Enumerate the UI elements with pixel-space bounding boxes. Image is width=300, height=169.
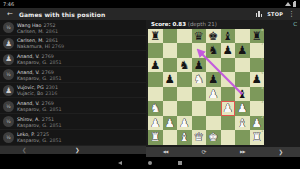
square-c8[interactable] [177, 29, 192, 44]
result-badge: ½ [3, 69, 14, 80]
square-b3[interactable] [163, 101, 178, 116]
piece-black-pawn: ♟ [208, 73, 218, 85]
square-a8[interactable]: ♜ [148, 29, 163, 44]
piece-white-king: ♚ [208, 131, 218, 143]
square-c2[interactable]: ♟ [177, 116, 192, 131]
piece-black-pawn: ♟ [237, 44, 247, 56]
piece-white-pawn: ♟ [165, 117, 175, 129]
rank-label: 7 [261, 43, 263, 46]
piece-white-pawn: ♟ [223, 102, 233, 114]
black-elo: 2769 [52, 44, 64, 49]
piece-black-pawn: ♟ [165, 73, 175, 85]
piece-black-pawn: ♟ [194, 59, 204, 71]
black-elo: 2861 [46, 29, 58, 34]
next-page-button[interactable]: ❯ [75, 146, 80, 154]
black-player: Carlsen, M.2861 [17, 29, 58, 34]
square-f8[interactable]: ♝ [221, 29, 236, 44]
square-e3[interactable] [206, 101, 221, 116]
game-list-item[interactable]: ½ Anand, V.2769 Kasparov, G.2851 [0, 67, 146, 83]
white-player: Vujovic, PG2301 [17, 85, 58, 90]
piece-white-pawn: ♟ [237, 102, 247, 114]
square-b1[interactable] [163, 130, 178, 145]
android-home-icon[interactable] [148, 161, 153, 166]
square-h2[interactable]: ♟2 [250, 116, 265, 131]
piece-black-bishop: ♝ [223, 30, 233, 42]
piece-black-knight: ♞ [208, 44, 218, 56]
square-h4[interactable]: 4 [250, 87, 265, 102]
overflow-menu-icon[interactable]: ⋮ [288, 11, 295, 18]
square-b4[interactable] [163, 87, 178, 102]
games-list: ½ Wang Hao2752 Carlsen, M.2861 ♟ Carlsen… [0, 20, 146, 146]
square-d5[interactable]: ♞ [192, 72, 207, 87]
piece-black-pawn: ♟ [150, 59, 160, 71]
piece-black-knight: ♞ [179, 59, 189, 71]
score-depth: (depth 21) [188, 21, 217, 27]
square-h8[interactable]: ♜8 [250, 29, 265, 44]
black-player: Nakamura, Hi2769 [17, 44, 64, 49]
square-d3[interactable] [192, 101, 207, 116]
square-g3[interactable]: ♟ [235, 101, 250, 116]
square-a2[interactable]: ♟ [148, 116, 163, 131]
back-icon[interactable]: ← [7, 8, 13, 20]
white-player: Anand, V.2769 [17, 70, 54, 75]
square-c4[interactable] [177, 87, 192, 102]
fast-forward-button[interactable]: ▶▶ [240, 147, 245, 157]
piece-white-pawn: ♟ [252, 117, 262, 129]
square-a5[interactable] [148, 72, 163, 87]
piece-white-rook: ♜ [150, 131, 160, 143]
pagination-bar: ❮ ❯ [0, 146, 146, 154]
black-player: Kasparov, G.2851 [17, 138, 62, 143]
rank-label: 4 [261, 87, 263, 90]
white-player: Carlsen, M.2861 [17, 38, 58, 43]
black-player: Kasparov, G.2851 [17, 76, 62, 81]
piece-black-rook: ♜ [150, 30, 160, 42]
black-player: Kasparov, G.2851 [17, 60, 62, 65]
square-e5[interactable]: ♟ [206, 72, 221, 87]
square-e4[interactable]: ♟ [206, 87, 221, 102]
black-elo: 2851 [49, 138, 61, 143]
white-elo: 2752 [43, 23, 55, 28]
square-g2[interactable]: ♝ [235, 116, 250, 131]
move-controls-bar: ◀◀ ⟳ ▶▶ ❯ [146, 147, 300, 157]
black-elo: 2316 [45, 91, 57, 96]
board-panel: Score: 0.83 (depth 21) C ♜♛♚♝♜8♞♟♟7♟♞♟6♟… [146, 20, 300, 157]
piece-white-pawn: ♟ [208, 88, 218, 100]
square-c1[interactable]: ♝ [177, 130, 192, 145]
square-g7[interactable]: ♟ [235, 43, 250, 58]
piece-white-pawn: ♟ [179, 117, 189, 129]
piece-black-pawn: ♟ [223, 44, 233, 56]
chess-board: ♜♛♚♝♜8♞♟♟7♟♞♟6♟♞♟♟5♟♝4♞♟♟3♟♟♟♝♟2♜♝♛♚♜1 [148, 29, 264, 145]
fast-backward-button[interactable]: ◀◀ [163, 147, 168, 157]
games-list-panel: ½ Wang Hao2752 Carlsen, M.2861 ♟ Carlsen… [0, 20, 146, 154]
score-label: Score: [151, 21, 171, 27]
square-d4[interactable] [192, 87, 207, 102]
square-e2[interactable] [206, 116, 221, 131]
rank-label: 1 [261, 130, 263, 133]
result-badge: ♟ [3, 38, 14, 49]
engine-lines-icon[interactable] [256, 11, 263, 17]
square-d8[interactable]: ♛ [192, 29, 207, 44]
score-value: 0.83 [172, 21, 186, 27]
square-c7[interactable] [177, 43, 192, 58]
square-d6[interactable]: ♟ [192, 58, 207, 73]
piece-white-rook: ♜ [252, 131, 262, 143]
black-player: Vujacic, Bo2316 [17, 91, 57, 96]
result-badge: ½ [3, 116, 14, 127]
black-elo: 2851 [49, 76, 61, 81]
piece-white-knight: ♞ [194, 73, 204, 85]
result-badge: ♟ [3, 85, 14, 96]
white-elo: 2769 [42, 70, 54, 75]
white-elo: 2751 [42, 117, 54, 122]
square-f4[interactable] [221, 87, 236, 102]
square-a1[interactable]: ♜ [148, 130, 163, 145]
square-f1[interactable] [221, 130, 236, 145]
white-elo: 2769 [42, 101, 54, 106]
black-elo: 2851 [49, 123, 61, 128]
game-list-item[interactable]: ½ Wang Hao2752 Carlsen, M.2861 [0, 20, 146, 36]
piece-black-bishop: ♝ [237, 88, 247, 100]
autoplay-button[interactable]: ⟳ [201, 147, 206, 157]
game-list-item[interactable]: ½ Leko, P.2725 Kasparov, G.2851 [0, 130, 146, 146]
next-move-button[interactable]: ❯ [279, 147, 284, 157]
square-h5[interactable]: ♟5 [250, 72, 265, 87]
square-c6[interactable]: ♞ [177, 58, 192, 73]
square-h7[interactable]: 7 [250, 43, 265, 58]
piece-black-pawn: ♟ [252, 73, 262, 85]
rank-label: 2 [261, 116, 263, 119]
square-d2[interactable] [192, 116, 207, 131]
game-list-item[interactable]: ♟ Vujovic, PG2301 Vujacic, Bo2316 [0, 83, 146, 99]
square-f7[interactable]: ♟ [221, 43, 236, 58]
status-bar: 7:46 [0, 0, 300, 8]
square-f6[interactable] [221, 58, 236, 73]
result-badge: ½ [3, 101, 14, 112]
square-b8[interactable] [163, 29, 178, 44]
engine-tag[interactable]: C [293, 20, 297, 29]
rank-label: 6 [261, 58, 263, 61]
square-e7[interactable]: ♞ [206, 43, 221, 58]
piece-black-rook: ♜ [252, 30, 262, 42]
black-elo: 2851 [49, 60, 61, 65]
square-h1[interactable]: ♜1 [250, 130, 265, 145]
square-g4[interactable]: ♝ [235, 87, 250, 102]
white-player: Leko, P.2725 [17, 132, 49, 137]
piece-black-king: ♚ [208, 30, 218, 42]
game-list-item[interactable]: ♟ Anand, V.2769 Kasparov, G.2851 [0, 51, 146, 67]
square-d1[interactable]: ♛ [192, 130, 207, 145]
piece-white-pawn: ♟ [150, 117, 160, 129]
square-c3[interactable] [177, 101, 192, 116]
square-h3[interactable]: 3 [250, 101, 265, 116]
battery-icon [293, 2, 296, 7]
prev-page-button[interactable]: ❮ [22, 146, 27, 154]
square-b5[interactable]: ♟ [163, 72, 178, 87]
game-list-item[interactable]: ½ Anand, V.2769 Kasparov, G.2851 [0, 98, 146, 114]
black-elo: 2851 [49, 107, 61, 112]
square-e6[interactable] [206, 58, 221, 73]
square-a6[interactable]: ♟ [148, 58, 163, 73]
result-badge: ♟ [3, 54, 14, 65]
app-screen: 7:46 ← Games with this position STOP ⋮ ½… [0, 0, 300, 169]
white-elo: 2301 [46, 85, 58, 90]
app-bar: ← Games with this position STOP ⋮ [0, 8, 300, 20]
piece-white-queen: ♛ [194, 131, 204, 143]
game-list-item[interactable]: ½ Shirov, A.2751 Kasparov, G.2851 [0, 114, 146, 130]
piece-white-knight: ♞ [150, 102, 160, 114]
black-player: Kasparov, G.2851 [17, 107, 62, 112]
square-a7[interactable] [148, 43, 163, 58]
engine-score: Score: 0.83 (depth 21) [151, 20, 217, 29]
square-g5[interactable] [235, 72, 250, 87]
square-c5[interactable] [177, 72, 192, 87]
white-elo: 2769 [42, 54, 54, 59]
white-player: Wang Hao2752 [17, 23, 56, 28]
square-e8[interactable]: ♚ [206, 29, 221, 44]
rank-label: 8 [261, 29, 263, 32]
square-h6[interactable]: 6 [250, 58, 265, 73]
white-player: Shirov, A.2751 [17, 117, 54, 122]
square-e1[interactable]: ♚ [206, 130, 221, 145]
square-b7[interactable] [163, 43, 178, 58]
game-list-item[interactable]: ♟ Carlsen, M.2861 Nakamura, Hi2769 [0, 36, 146, 52]
square-g6[interactable] [235, 58, 250, 73]
rank-label: 3 [261, 101, 263, 104]
result-badge: ½ [3, 22, 14, 33]
clock: 7:46 [3, 0, 14, 8]
square-a3[interactable]: ♞ [148, 101, 163, 116]
page-title: Games with this position [19, 11, 105, 18]
android-back-icon[interactable] [118, 161, 122, 165]
square-f2[interactable] [221, 116, 236, 131]
result-badge: ½ [3, 132, 14, 143]
white-elo: 2861 [46, 38, 58, 43]
square-f3[interactable]: ♟ [221, 101, 236, 116]
square-b6[interactable] [163, 58, 178, 73]
piece-white-bishop: ♝ [179, 131, 189, 143]
piece-black-queen: ♛ [194, 30, 204, 42]
white-elo: 2725 [37, 132, 49, 137]
white-player: Anand, V.2769 [17, 54, 54, 59]
square-a4[interactable] [148, 87, 163, 102]
square-g1[interactable] [235, 130, 250, 145]
wifi-icon [285, 2, 291, 6]
rank-label: 5 [261, 72, 263, 75]
white-player: Anand, V.2769 [17, 101, 54, 106]
square-b2[interactable]: ♟ [163, 116, 178, 131]
square-g8[interactable] [235, 29, 250, 44]
android-recents-icon[interactable] [178, 161, 182, 165]
square-f5[interactable] [221, 72, 236, 87]
android-nav-bar [0, 157, 300, 169]
black-player: Kasparov, G.2851 [17, 123, 62, 128]
piece-white-bishop: ♝ [237, 117, 247, 129]
stop-engine-button[interactable]: STOP [267, 11, 283, 17]
square-d7[interactable] [192, 43, 207, 58]
